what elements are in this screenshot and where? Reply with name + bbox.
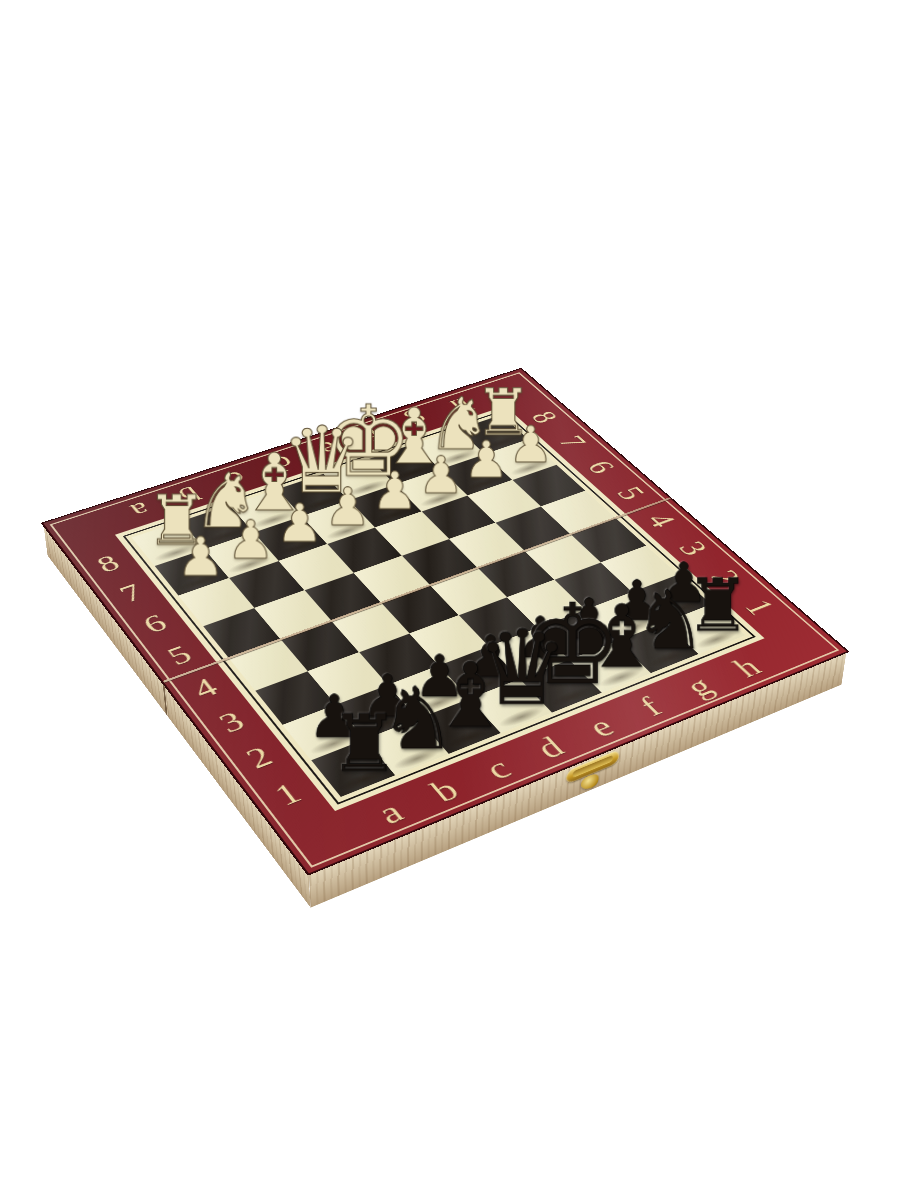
rank-label-right-5: 5: [597, 475, 664, 512]
photo-canvas: abcdefgh abcdefgh 87654321 87654321 ♜♞♝♛…: [0, 0, 900, 1200]
white-pawn-icon: ♟: [176, 531, 224, 582]
chess-board-box: abcdefgh abcdefgh 87654321 87654321 ♜♞♝♛…: [43, 369, 846, 873]
rank-label-right-4: 4: [627, 502, 696, 540]
scene: abcdefgh abcdefgh 87654321 87654321 ♜♞♝♛…: [0, 0, 900, 1200]
black-rook-icon: ♜: [329, 707, 399, 781]
board-top-face: abcdefgh abcdefgh 87654321 87654321 ♜♞♝♛…: [43, 369, 846, 873]
